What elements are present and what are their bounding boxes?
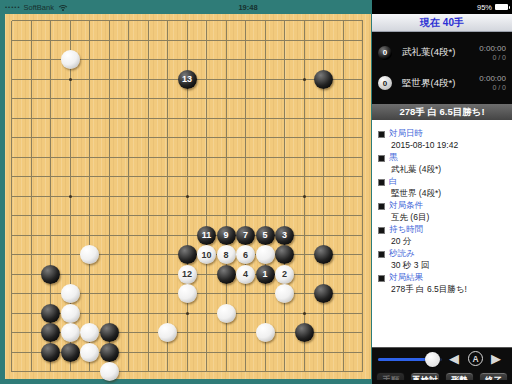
playback-controls: ◀ A ▶ 手順再検討形勢終了 xyxy=(372,347,512,380)
stone-white xyxy=(158,323,177,342)
stone-black xyxy=(275,245,294,264)
stone-white xyxy=(80,323,99,342)
detail-value: 30 秒 3 回 xyxy=(391,260,506,272)
player-time: 0:00:00 xyxy=(479,74,506,84)
stone-white: 10 xyxy=(197,245,216,264)
autoplay-button[interactable]: A xyxy=(468,351,483,366)
stone-black xyxy=(314,70,333,89)
bullet-square-icon xyxy=(378,179,385,186)
game-details-list: 対局日時2015-08-10 19:42黒武礼葉 (4段*)白堅世界 (4段*)… xyxy=(372,120,512,347)
stone-black: 3 xyxy=(275,226,294,245)
stone-white xyxy=(178,284,197,303)
info-sidebar: 現在 40手 0武礼葉(4段*)0:00:000 / 00堅世界(4段*)0:0… xyxy=(372,14,512,380)
stone-white: 8 xyxy=(217,245,236,264)
stone-white xyxy=(80,343,99,362)
stone-white: 4 xyxy=(236,265,255,284)
stone-white xyxy=(275,284,294,303)
bullet-square-icon xyxy=(378,275,385,282)
player-row-white: 0堅世界(4段*)0:00:000 / 0 xyxy=(372,74,512,93)
stone-black xyxy=(41,265,60,284)
black-stone-icon: 0 xyxy=(378,46,392,60)
stone-black xyxy=(61,343,80,362)
move-slider-knob[interactable] xyxy=(425,352,440,367)
player-row-black: 0武礼葉(4段*)0:00:000 / 0 xyxy=(372,44,512,63)
detail-value: 武礼葉 (4段*) xyxy=(391,164,506,176)
star-point xyxy=(186,195,189,198)
detail-label: 持ち時間 xyxy=(378,224,506,236)
move-counter-label: 現在 40手 xyxy=(420,16,464,30)
battery-percent: 95% xyxy=(477,3,492,12)
stone-white xyxy=(61,304,80,323)
status-bar-left: ••••• SoftBank 19:48 xyxy=(0,0,372,14)
detail-value: 20 分 xyxy=(391,236,506,248)
status-bar-right: 95% xyxy=(372,0,512,14)
stone-black xyxy=(41,343,60,362)
battery-icon xyxy=(495,4,508,10)
detail-value: 278手 白 6.5目勝ち! xyxy=(391,284,506,296)
bullet-square-icon xyxy=(378,251,385,258)
stone-black: 7 xyxy=(236,226,255,245)
detail-value: 2015-08-10 19:42 xyxy=(391,140,506,152)
stone-white: 2 xyxy=(275,265,294,284)
stone-white xyxy=(61,50,80,69)
stone-black xyxy=(41,304,60,323)
star-point xyxy=(186,312,189,315)
star-point xyxy=(303,312,306,315)
detail-label: 対局日時 xyxy=(378,128,506,140)
prev-move-button[interactable]: ◀ xyxy=(449,349,459,369)
player-name: 堅世界(4段*) xyxy=(402,77,479,90)
star-point xyxy=(303,78,306,81)
stone-black xyxy=(314,284,333,303)
detail-label: 対局結果 xyxy=(378,272,506,284)
stone-black: 11 xyxy=(197,226,216,245)
stone-black xyxy=(295,323,314,342)
stone-white xyxy=(61,323,80,342)
player-periods: 0 / 0 xyxy=(479,54,506,63)
stone-white: 6 xyxy=(236,245,255,264)
detail-label: 白 xyxy=(378,176,506,188)
detail-value: 堅世界 (4段*) xyxy=(391,188,506,200)
detail-label: 黒 xyxy=(378,152,506,164)
go-board[interactable]: 13119753108612412 xyxy=(5,14,371,379)
stone-black: 13 xyxy=(178,70,197,89)
stone-black xyxy=(100,323,119,342)
bullet-square-icon xyxy=(378,155,385,162)
star-point xyxy=(69,78,72,81)
detail-label: 対局条件 xyxy=(378,200,506,212)
stone-black: 9 xyxy=(217,226,236,245)
stone-black xyxy=(217,265,236,284)
player-periods: 0 / 0 xyxy=(479,84,506,93)
stone-white xyxy=(61,284,80,303)
white-stone-icon: 0 xyxy=(378,76,392,90)
player-name: 武礼葉(4段*) xyxy=(402,46,479,59)
player-panel: 0武礼葉(4段*)0:00:000 / 00堅世界(4段*)0:00:000 /… xyxy=(372,32,512,104)
stone-black: 5 xyxy=(256,226,275,245)
detail-value: 互先 (6目) xyxy=(391,212,506,224)
player-time: 0:00:00 xyxy=(479,44,506,54)
stone-white xyxy=(256,323,275,342)
stone-white xyxy=(217,304,236,323)
stone-black xyxy=(100,343,119,362)
stone-black: 1 xyxy=(256,265,275,284)
stone-black xyxy=(41,323,60,342)
stone-black xyxy=(314,245,333,264)
stone-white xyxy=(100,362,119,381)
bullet-square-icon xyxy=(378,203,385,210)
next-move-button[interactable]: ▶ xyxy=(491,349,501,369)
bullet-square-icon xyxy=(378,227,385,234)
app-screen: ••••• SoftBank 19:48 95% 131197531086124… xyxy=(0,0,512,384)
stone-white xyxy=(256,245,275,264)
bullet-square-icon xyxy=(378,131,385,138)
result-bar: 278手 白 6.5目勝ち! xyxy=(372,104,512,120)
detail-label: 秒読み xyxy=(378,248,506,260)
star-point xyxy=(69,195,72,198)
stone-white: 12 xyxy=(178,265,197,284)
stone-white xyxy=(80,245,99,264)
move-counter-header: 現在 40手 xyxy=(372,14,512,32)
move-slider-row: ◀ A ▶ xyxy=(372,348,512,370)
stone-black xyxy=(178,245,197,264)
star-point xyxy=(303,195,306,198)
